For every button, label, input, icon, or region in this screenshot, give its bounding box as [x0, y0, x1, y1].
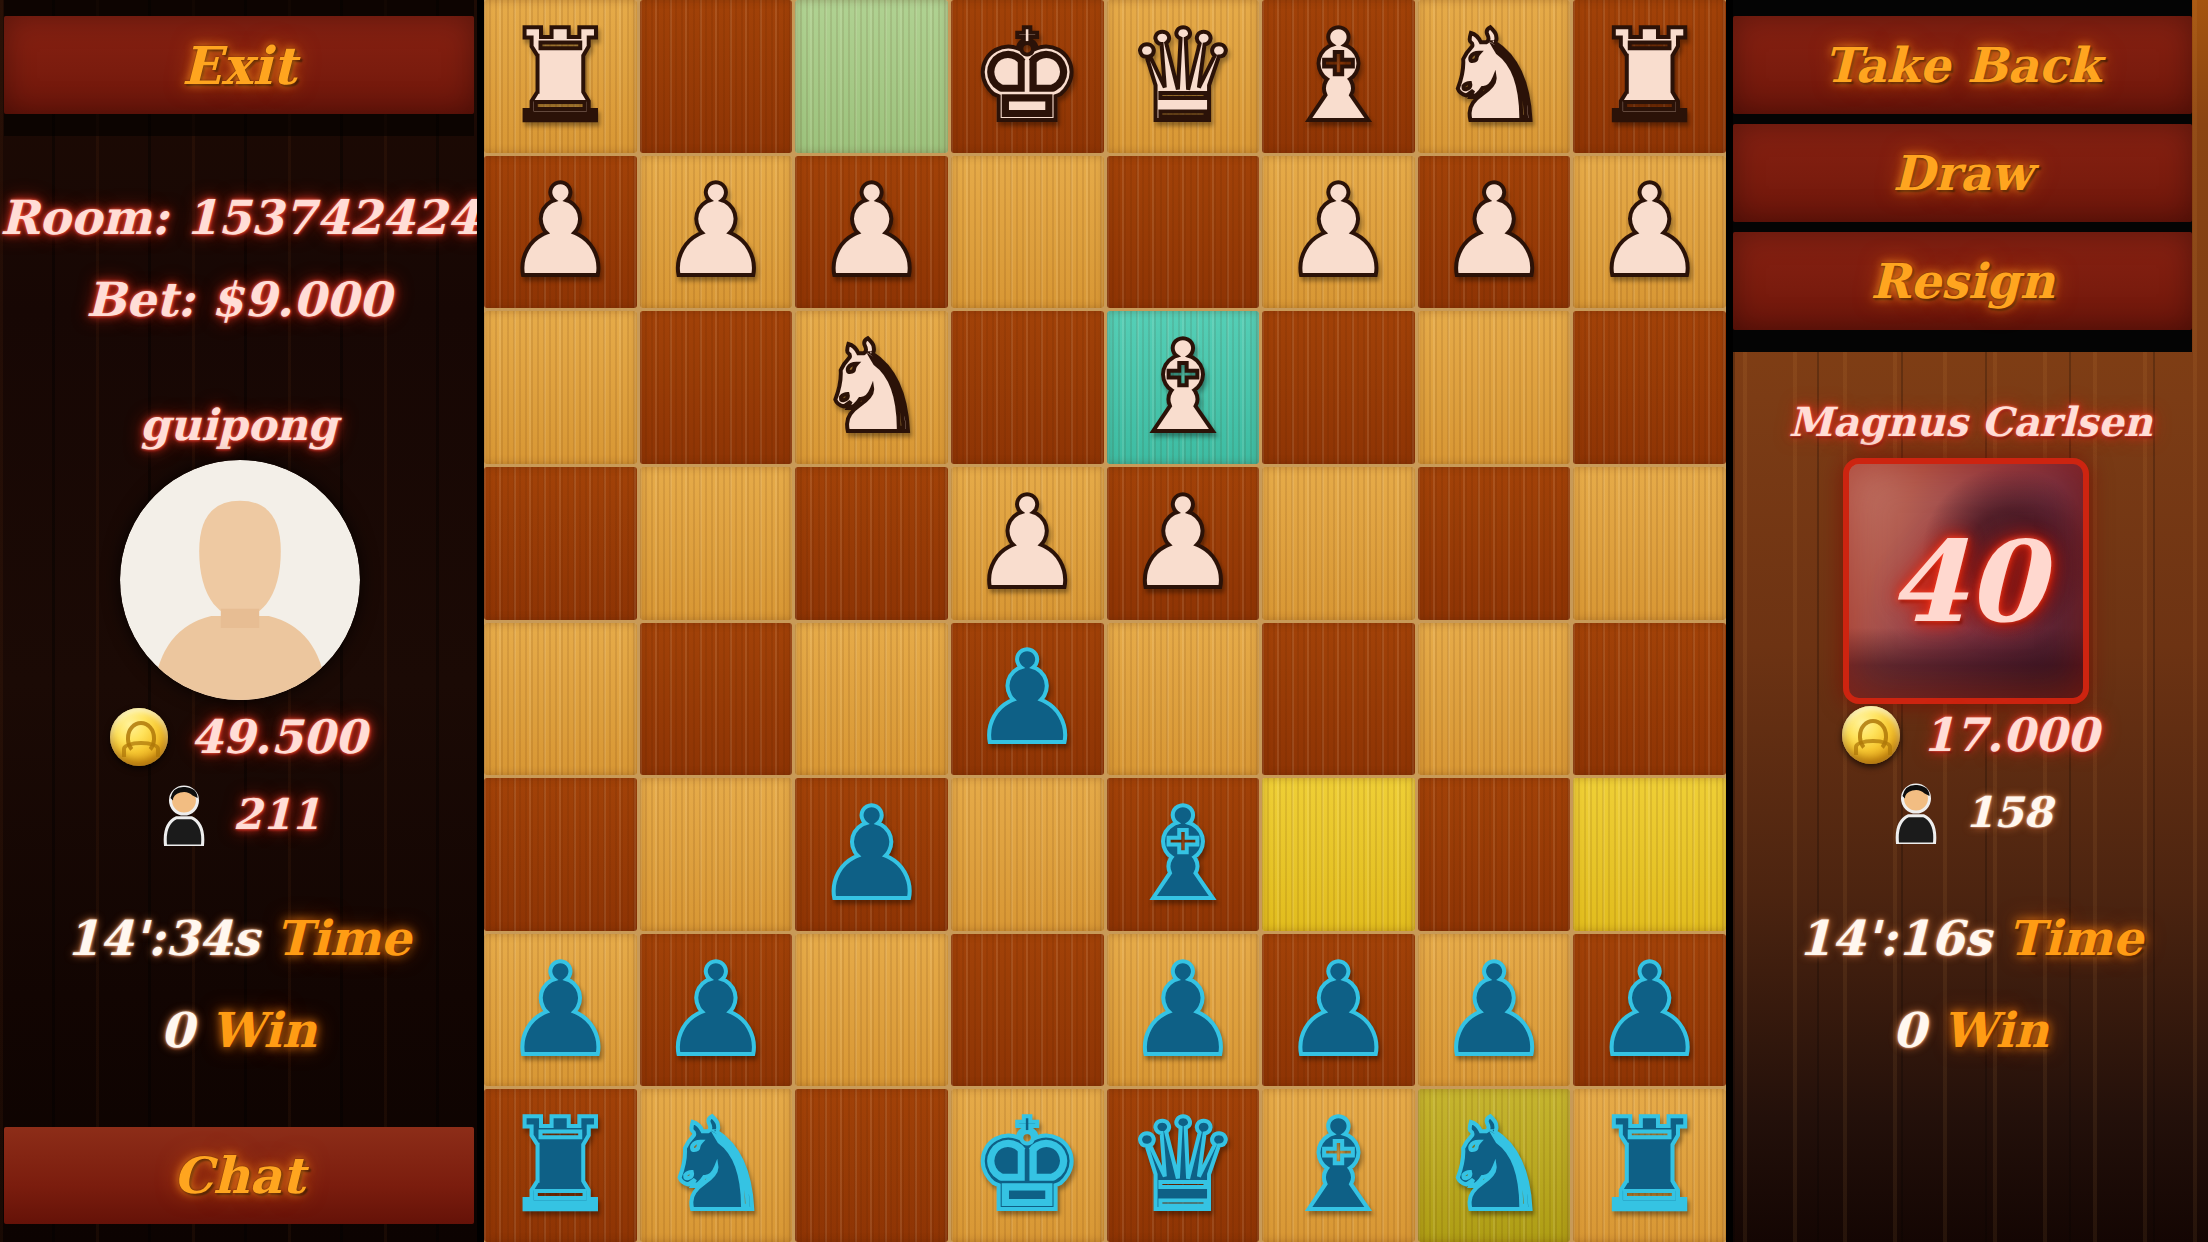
white-rook: ♜: [503, 13, 617, 140]
black-bishop: ♝: [1126, 791, 1240, 918]
resign-button[interactable]: Resign: [1733, 232, 2192, 330]
opponent-avatar: 40: [1843, 458, 2089, 704]
square-e1[interactable]: ♚: [951, 0, 1104, 153]
square-d8[interactable]: ♛: [1107, 1089, 1260, 1242]
black-rook: ♜: [1593, 1102, 1707, 1229]
square-g2[interactable]: ♟: [640, 156, 793, 309]
square-h7[interactable]: ♟: [484, 934, 637, 1087]
player-win-row: 0 Win: [0, 1002, 477, 1058]
player-games-value: 211: [233, 790, 321, 839]
square-d5[interactable]: [1107, 623, 1260, 776]
white-knight: ♞: [815, 324, 929, 451]
square-b2[interactable]: ♟: [1418, 156, 1571, 309]
square-f1[interactable]: [795, 0, 948, 153]
player-time-row: 14':34s Time: [0, 910, 477, 966]
avatar-countdown-number: 40: [1849, 464, 2083, 698]
square-a1[interactable]: ♜: [1573, 0, 1726, 153]
square-h1[interactable]: ♜: [484, 0, 637, 153]
white-pawn: ♟: [1593, 168, 1707, 295]
square-d7[interactable]: ♟: [1107, 934, 1260, 1087]
bet-amount-label: Bet: $9.000: [0, 272, 477, 327]
square-a6[interactable]: [1573, 778, 1726, 931]
square-c3[interactable]: [1262, 311, 1415, 464]
square-b7[interactable]: ♟: [1418, 934, 1571, 1087]
opponent-games-row: 158: [1733, 780, 2208, 844]
black-knight: ♞: [1437, 1102, 1551, 1229]
square-e8[interactable]: ♚: [951, 1089, 1104, 1242]
square-d3[interactable]: ♝: [1107, 311, 1260, 464]
opponent-time-value: 14':16s: [1798, 910, 1991, 966]
take-back-label: Take Back: [1824, 37, 2101, 93]
black-rook: ♜: [503, 1102, 617, 1229]
square-h4[interactable]: [484, 467, 637, 620]
coin-icon: [1842, 706, 1900, 764]
player-time-value: 14':34s: [66, 910, 259, 966]
opponent-time-label: Time: [2008, 910, 2143, 966]
square-h3[interactable]: [484, 311, 637, 464]
draw-label: Draw: [1893, 145, 2032, 201]
player-games-row: 211: [0, 782, 477, 846]
square-a7[interactable]: ♟: [1573, 934, 1726, 1087]
square-b5[interactable]: [1418, 623, 1571, 776]
black-king: ♚: [970, 1102, 1084, 1229]
black-pawn: ♟: [1593, 947, 1707, 1074]
square-f7[interactable]: [795, 934, 948, 1087]
opponent-time-row: 14':16s Time: [1733, 910, 2208, 966]
square-e3[interactable]: [951, 311, 1104, 464]
square-f3[interactable]: ♞: [795, 311, 948, 464]
square-c5[interactable]: [1262, 623, 1415, 776]
player-time-label: Time: [276, 910, 411, 966]
square-c1[interactable]: ♝: [1262, 0, 1415, 153]
square-e6[interactable]: [951, 778, 1104, 931]
square-e2[interactable]: [951, 156, 1104, 309]
chat-button[interactable]: Chat: [4, 1127, 474, 1224]
player-name: guipong: [0, 400, 477, 450]
white-queen: ♛: [1126, 13, 1240, 140]
square-e5[interactable]: ♟: [951, 623, 1104, 776]
square-h2[interactable]: ♟: [484, 156, 637, 309]
opponent-games-value: 158: [1965, 788, 2053, 837]
person-silhouette-icon: [120, 460, 360, 700]
square-d1[interactable]: ♛: [1107, 0, 1260, 153]
square-a5[interactable]: [1573, 623, 1726, 776]
square-f4[interactable]: [795, 467, 948, 620]
white-pawn: ♟: [503, 168, 617, 295]
black-bishop: ♝: [1282, 1102, 1396, 1229]
black-pawn: ♟: [815, 791, 929, 918]
square-g8[interactable]: ♞: [640, 1089, 793, 1242]
right-button-stack: Take Back Draw Resign: [1733, 0, 2192, 352]
square-b3[interactable]: [1418, 311, 1571, 464]
square-g5[interactable]: [640, 623, 793, 776]
room-number-label: Room: 1537424241: [0, 190, 477, 245]
square-c4[interactable]: [1262, 467, 1415, 620]
square-c6[interactable]: [1262, 778, 1415, 931]
white-pawn: ♟: [1282, 168, 1396, 295]
square-f6[interactable]: ♟: [795, 778, 948, 931]
square-e7[interactable]: [951, 934, 1104, 1087]
square-b6[interactable]: [1418, 778, 1571, 931]
opponent-win-value: 0: [1892, 1002, 1925, 1058]
black-pawn: ♟: [1282, 947, 1396, 1074]
square-b8[interactable]: ♞: [1418, 1089, 1571, 1242]
player-coins-row: 49.500: [0, 708, 477, 766]
square-h6[interactable]: [484, 778, 637, 931]
black-pawn: ♟: [970, 635, 1084, 762]
square-e4[interactable]: ♟: [951, 467, 1104, 620]
white-knight: ♞: [1437, 13, 1551, 140]
board-area: ♜♚♛♝♞♜♟♟♟♟♟♟♞♝♟♟♟♟♝♟♟♟♟♟♟♜♞♚♛♝♞♜: [484, 0, 1726, 1242]
coin-icon: [110, 708, 168, 766]
game-screen: Exit Room: 1537424241 Bet: $9.000 guipon…: [0, 0, 2208, 1242]
square-f8[interactable]: [795, 1089, 948, 1242]
opponent-win-row: 0 Win: [1733, 1002, 2208, 1058]
square-c8[interactable]: ♝: [1262, 1089, 1415, 1242]
player-coins-value: 49.500: [190, 710, 366, 764]
draw-button[interactable]: Draw: [1733, 124, 2192, 222]
square-h8[interactable]: ♜: [484, 1089, 637, 1242]
square-g7[interactable]: ♟: [640, 934, 793, 1087]
chess-board: ♜♚♛♝♞♜♟♟♟♟♟♟♞♝♟♟♟♟♝♟♟♟♟♟♟♜♞♚♛♝♞♜: [484, 0, 1726, 1242]
square-g3[interactable]: [640, 311, 793, 464]
square-d4[interactable]: ♟: [1107, 467, 1260, 620]
white-king: ♚: [970, 13, 1084, 140]
opponent-win-label: Win: [1942, 1002, 2048, 1058]
square-a4[interactable]: [1573, 467, 1726, 620]
player-count-icon: [157, 782, 211, 846]
black-pawn: ♟: [503, 947, 617, 1074]
opponent-coins-value: 17.000: [1922, 708, 2098, 762]
resign-label: Resign: [1870, 253, 2054, 309]
square-a3[interactable]: [1573, 311, 1726, 464]
player-avatar: [120, 460, 360, 700]
take-back-button[interactable]: Take Back: [1733, 16, 2192, 114]
square-a8[interactable]: ♜: [1573, 1089, 1726, 1242]
player-count-icon: [1889, 780, 1943, 844]
square-d6[interactable]: ♝: [1107, 778, 1260, 931]
square-g4[interactable]: [640, 467, 793, 620]
square-f5[interactable]: [795, 623, 948, 776]
player-win-value: 0: [160, 1002, 193, 1058]
square-b1[interactable]: ♞: [1418, 0, 1571, 153]
white-pawn: ♟: [659, 168, 773, 295]
white-pawn: ♟: [1126, 480, 1240, 607]
exit-button[interactable]: Exit: [4, 16, 474, 114]
square-c2[interactable]: ♟: [1262, 156, 1415, 309]
opponent-coins-row: 17.000: [1733, 706, 2208, 764]
white-rook: ♜: [1593, 13, 1707, 140]
white-pawn: ♟: [815, 168, 929, 295]
black-queen: ♛: [1126, 1102, 1240, 1229]
square-f2[interactable]: ♟: [795, 156, 948, 309]
white-bishop: ♝: [1126, 324, 1240, 451]
square-c7[interactable]: ♟: [1262, 934, 1415, 1087]
square-d2[interactable]: [1107, 156, 1260, 309]
square-g6[interactable]: [640, 778, 793, 931]
right-sidebar: Take Back Draw Resign Magnus Carlsen 40 …: [1733, 0, 2208, 1242]
black-pawn: ♟: [659, 947, 773, 1074]
exit-button-label: Exit: [182, 35, 296, 96]
player-win-label: Win: [210, 1002, 316, 1058]
chat-button-label: Chat: [173, 1146, 305, 1205]
white-pawn: ♟: [970, 480, 1084, 607]
square-g1[interactable]: [640, 0, 793, 153]
white-bishop: ♝: [1282, 13, 1396, 140]
square-h5[interactable]: [484, 623, 637, 776]
left-sidebar: Exit Room: 1537424241 Bet: $9.000 guipon…: [0, 0, 477, 1242]
square-b4[interactable]: [1418, 467, 1571, 620]
black-pawn: ♟: [1126, 947, 1240, 1074]
black-pawn: ♟: [1437, 947, 1551, 1074]
opponent-name: Magnus Carlsen: [1733, 398, 2208, 445]
left-button-stack: Exit: [4, 0, 474, 136]
square-a2[interactable]: ♟: [1573, 156, 1726, 309]
white-pawn: ♟: [1437, 168, 1551, 295]
black-knight: ♞: [659, 1102, 773, 1229]
